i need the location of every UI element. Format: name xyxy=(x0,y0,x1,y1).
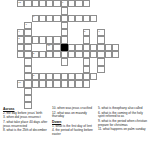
grid-cell[interactable] xyxy=(83,0,90,7)
grid-cell[interactable] xyxy=(32,36,39,43)
grid-cell[interactable] xyxy=(90,44,97,51)
clue-item: 11. what happens on palm sunday xyxy=(98,128,148,132)
grid-cell[interactable] xyxy=(53,36,60,43)
grid-cell[interactable]: 2 xyxy=(32,51,39,58)
grid-cell[interactable] xyxy=(61,51,68,58)
grid-cell[interactable] xyxy=(83,80,90,87)
grid-cell[interactable]: 12 xyxy=(17,0,24,7)
grid-cell[interactable]: 7 xyxy=(32,15,39,22)
clue-number: 12 xyxy=(18,1,21,4)
grid-cell[interactable] xyxy=(112,51,119,58)
grid-cell[interactable] xyxy=(68,80,75,87)
grid-cell[interactable] xyxy=(83,15,90,22)
grid-cell[interactable] xyxy=(68,44,75,51)
crossword-grid: 126714593102811 xyxy=(17,0,119,109)
grid-cell[interactable] xyxy=(68,0,75,7)
grid-cell[interactable] xyxy=(24,29,31,36)
grid-cell[interactable] xyxy=(32,0,39,7)
grid-cell[interactable] xyxy=(83,51,90,58)
grid-cell[interactable] xyxy=(61,7,68,14)
clue-number: 2 xyxy=(33,52,34,55)
grid-cell[interactable] xyxy=(61,36,68,43)
clue-number: 8 xyxy=(33,74,34,77)
grid-cell[interactable] xyxy=(97,51,104,58)
grid-cell[interactable] xyxy=(75,15,82,22)
grid-cell[interactable] xyxy=(24,0,31,7)
clue-column-2: 10. when was jesus crucified12. what was… xyxy=(52,107,97,137)
grid-cell[interactable]: 1 xyxy=(24,22,31,29)
grid-cell[interactable] xyxy=(46,0,53,7)
grid-cell[interactable]: 9 xyxy=(97,29,104,36)
grid-cell[interactable] xyxy=(24,36,31,43)
grid-cell[interactable] xyxy=(90,51,97,58)
grid-cell[interactable] xyxy=(112,44,119,51)
grid-cell[interactable] xyxy=(24,73,31,80)
grid-cell[interactable] xyxy=(17,51,24,58)
clue-number: 6 xyxy=(62,1,63,4)
grid-cell[interactable] xyxy=(61,15,68,22)
clue-item: 4. the period of fasting before easter xyxy=(52,129,97,137)
grid-cell[interactable]: 11 xyxy=(17,80,24,87)
grid-cell[interactable] xyxy=(61,73,68,80)
grid-cell[interactable] xyxy=(53,15,60,22)
clue-number: 1 xyxy=(26,23,27,26)
grid-cell[interactable] xyxy=(39,15,46,22)
grid-cell[interactable] xyxy=(97,36,104,43)
grid-cell[interactable]: 4 xyxy=(17,29,24,36)
grid-cell[interactable] xyxy=(83,58,90,65)
clue-number: 9 xyxy=(99,30,100,33)
grid-cell[interactable] xyxy=(75,0,82,7)
grid-cell[interactable] xyxy=(46,80,53,87)
grid-cell[interactable] xyxy=(39,51,46,58)
grid-cell[interactable] xyxy=(39,36,46,43)
grid-cell[interactable] xyxy=(24,66,31,73)
grid-cell[interactable] xyxy=(24,80,31,87)
clue-number: 10 xyxy=(47,44,50,47)
grid-cell[interactable] xyxy=(61,80,68,87)
grid-cell[interactable] xyxy=(90,73,97,80)
grid-cell[interactable] xyxy=(39,73,46,80)
grid-cell[interactable] xyxy=(68,73,75,80)
grid-cell[interactable] xyxy=(24,95,31,102)
clue-number: 3 xyxy=(18,37,19,40)
grid-cell[interactable] xyxy=(97,66,104,73)
grid-cell[interactable]: 8 xyxy=(32,73,39,80)
grid-cell[interactable] xyxy=(46,51,53,58)
grid-cell[interactable] xyxy=(83,44,90,51)
grid-cell[interactable] xyxy=(75,73,82,80)
grid-cell[interactable] xyxy=(24,88,31,95)
grid-cell[interactable] xyxy=(39,80,46,87)
grid-cell[interactable] xyxy=(61,22,68,29)
clue-number: 4 xyxy=(18,30,19,33)
grid-cell[interactable]: 5 xyxy=(83,29,90,36)
clue-item: 12. what was on maundy thursday xyxy=(52,112,97,120)
grid-cell[interactable] xyxy=(32,80,39,87)
grid-cell[interactable] xyxy=(46,73,53,80)
grid-cell[interactable] xyxy=(39,0,46,7)
clue-number: 5 xyxy=(84,30,85,33)
grid-cell[interactable] xyxy=(46,36,53,43)
grid-cell[interactable] xyxy=(24,44,31,51)
grid-cell[interactable] xyxy=(53,44,60,51)
clue-number: 11 xyxy=(18,81,20,84)
clue-column-1: Across2. the day before jesus' birth3. w… xyxy=(3,107,49,134)
grid-cell[interactable] xyxy=(53,51,60,58)
grid-cell[interactable] xyxy=(46,15,53,22)
grid-cell[interactable] xyxy=(61,29,68,36)
grid-cell[interactable] xyxy=(17,44,24,51)
clue-item: 6. what is the coming of the holy spirit… xyxy=(98,112,148,120)
grid-cell[interactable] xyxy=(83,73,90,80)
grid-cell[interactable] xyxy=(83,66,90,73)
clue-item: 8. what is the 25th of december xyxy=(3,129,49,133)
grid-cell[interactable] xyxy=(53,80,60,87)
grid-cell[interactable]: 3 xyxy=(17,36,24,43)
grid-cell[interactable] xyxy=(68,51,75,58)
grid-cell[interactable] xyxy=(75,80,82,87)
grid-cell[interactable] xyxy=(61,58,68,65)
grid-cell[interactable] xyxy=(105,51,112,58)
grid-cell[interactable] xyxy=(24,58,31,65)
grid-cell[interactable]: 6 xyxy=(61,0,68,7)
grid-cell[interactable] xyxy=(105,44,112,51)
black-cell[interactable] xyxy=(61,44,68,51)
grid-cell[interactable] xyxy=(68,15,75,22)
grid-cell[interactable] xyxy=(90,15,97,22)
grid-cell[interactable] xyxy=(24,51,31,58)
grid-cell[interactable] xyxy=(97,44,104,51)
clue-number: 7 xyxy=(33,15,34,18)
grid-cell[interactable] xyxy=(53,0,60,7)
grid-cell[interactable] xyxy=(75,44,82,51)
grid-cell[interactable] xyxy=(75,51,82,58)
grid-cell[interactable] xyxy=(53,73,60,80)
grid-cell[interactable] xyxy=(97,58,104,65)
clue-column-3: 5. what is theophany also called6. what … xyxy=(98,107,148,133)
grid-cell[interactable]: 10 xyxy=(46,44,53,51)
grid-cell[interactable] xyxy=(83,36,90,43)
